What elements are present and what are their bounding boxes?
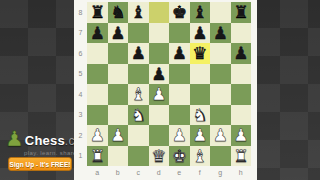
white-knight: ♞ [192,105,207,125]
square-e3[interactable] [169,105,190,126]
black-pawn: ♟ [151,64,166,84]
square-b1[interactable] [108,146,129,167]
square-c1[interactable] [128,146,149,167]
rank-label-1: 1 [74,146,87,167]
black-rook: ♜ [233,2,248,22]
square-g6[interactable] [210,43,231,64]
square-c7[interactable] [128,23,149,44]
file-label-d: d [149,166,170,178]
rank-label-5: 5 [74,64,87,85]
square-e2[interactable]: ♟ [169,125,190,146]
file-label-a: a [87,166,108,178]
square-g5[interactable] [210,64,231,85]
white-bishop: ♝ [192,146,207,166]
white-pawn: ♟ [90,125,105,145]
black-pawn: ♟ [90,23,105,43]
black-pawn: ♟ [213,23,228,43]
square-e4[interactable] [169,84,190,105]
square-h2[interactable]: ♟ [231,125,252,146]
square-b5[interactable] [108,64,129,85]
white-pawn: ♟ [192,125,207,145]
file-labels: abcdefgh [87,166,251,178]
square-e6[interactable]: ♟ [169,43,190,64]
square-f4[interactable] [190,84,211,105]
rank-label-7: 7 [74,23,87,44]
square-c4[interactable]: ♝ [128,84,149,105]
square-b8[interactable]: ♞ [108,2,129,23]
file-label-b: b [108,166,129,178]
chesscom-branding: ♟ Chess.com play. learn. share. Sign Up … [0,126,74,180]
square-g1[interactable] [210,146,231,167]
video-frame: ♟ Chess.com play. learn. share. Sign Up … [0,0,320,180]
square-d6[interactable] [149,43,170,64]
square-a3[interactable] [87,105,108,126]
rank-label-3: 3 [74,105,87,126]
square-f7[interactable]: ♟ [190,23,211,44]
square-a2[interactable]: ♟ [87,125,108,146]
black-pawn: ♟ [110,23,125,43]
square-d3[interactable] [149,105,170,126]
black-pawn: ♟ [233,43,248,63]
square-f6[interactable]: ♛ [190,43,211,64]
black-rook: ♜ [90,2,105,22]
square-b4[interactable] [108,84,129,105]
square-g2[interactable]: ♟ [210,125,231,146]
white-pawn: ♟ [213,125,228,145]
square-c3[interactable]: ♞ [128,105,149,126]
white-king: ♚ [172,146,187,166]
logo-chess-text: Chess [25,133,65,148]
black-pawn: ♟ [192,23,207,43]
square-c6[interactable]: ♟ [128,43,149,64]
board-panel: 87654321 ♜♞♝♚♝♜♟♟♟♟♟♟♛♟♟♝♟♞♞♟♟♟♟♟♟♜♛♚♝♜ … [74,0,257,180]
square-d8[interactable] [149,2,170,23]
white-rook: ♜ [233,146,248,166]
square-e8[interactable]: ♚ [169,2,190,23]
white-pawn: ♟ [233,125,248,145]
rank-labels: 87654321 [74,2,87,166]
black-bishop: ♝ [131,2,146,22]
square-h7[interactable] [231,23,252,44]
file-label-h: h [231,166,252,178]
green-pawn-logo-icon: ♟ [5,128,24,150]
square-a8[interactable]: ♜ [87,2,108,23]
square-e5[interactable] [169,64,190,85]
black-pawn: ♟ [172,43,187,63]
signup-button[interactable]: Sign Up - It's FREE! [8,157,72,171]
white-pawn: ♟ [151,84,166,104]
square-g8[interactable] [210,2,231,23]
square-f5[interactable] [190,64,211,85]
white-pawn: ♟ [172,125,187,145]
square-h4[interactable] [231,84,252,105]
file-label-e: e [169,166,190,178]
rank-label-6: 6 [74,43,87,64]
square-c8[interactable]: ♝ [128,2,149,23]
chess-board: ♜♞♝♚♝♜♟♟♟♟♟♟♛♟♟♝♟♞♞♟♟♟♟♟♟♜♛♚♝♜ [87,2,251,166]
black-queen: ♛ [192,43,207,63]
square-d4[interactable]: ♟ [149,84,170,105]
square-b3[interactable] [108,105,129,126]
file-label-f: f [190,166,211,178]
black-bishop: ♝ [192,2,207,22]
square-h5[interactable] [231,64,252,85]
white-pawn: ♟ [110,125,125,145]
square-b7[interactable]: ♟ [108,23,129,44]
square-f8[interactable]: ♝ [190,2,211,23]
square-b6[interactable] [108,43,129,64]
white-rook: ♜ [90,146,105,166]
square-f3[interactable]: ♞ [190,105,211,126]
square-d2[interactable] [149,125,170,146]
square-e7[interactable] [169,23,190,44]
square-a6[interactable] [87,43,108,64]
white-bishop: ♝ [131,84,146,104]
square-a1[interactable]: ♜ [87,146,108,167]
square-h3[interactable] [231,105,252,126]
square-h8[interactable]: ♜ [231,2,252,23]
rank-label-8: 8 [74,2,87,23]
rank-label-4: 4 [74,84,87,105]
square-c5[interactable] [128,64,149,85]
square-g7[interactable]: ♟ [210,23,231,44]
square-b2[interactable]: ♟ [108,125,129,146]
square-e1[interactable]: ♚ [169,146,190,167]
square-d1[interactable]: ♛ [149,146,170,167]
square-h6[interactable]: ♟ [231,43,252,64]
rank-label-2: 2 [74,125,87,146]
square-h1[interactable]: ♜ [231,146,252,167]
black-king: ♚ [172,2,187,22]
square-g4[interactable] [210,84,231,105]
square-f1[interactable]: ♝ [190,146,211,167]
file-label-c: c [128,166,149,178]
square-f2[interactable]: ♟ [190,125,211,146]
logo-tagline: play. learn. share. [24,150,79,156]
square-d7[interactable] [149,23,170,44]
white-queen: ♛ [151,146,166,166]
square-c2[interactable] [128,125,149,146]
square-a7[interactable]: ♟ [87,23,108,44]
white-knight: ♞ [131,105,146,125]
square-a5[interactable] [87,64,108,85]
square-g3[interactable] [210,105,231,126]
black-knight: ♞ [110,2,125,22]
file-label-g: g [210,166,231,178]
square-d5[interactable]: ♟ [149,64,170,85]
black-pawn: ♟ [131,43,146,63]
square-a4[interactable] [87,84,108,105]
